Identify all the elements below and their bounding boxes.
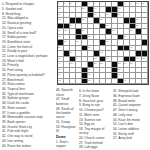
- cell-number: 59: [58, 73, 60, 75]
- cell-number: 18: [106, 13, 108, 15]
- cell-number: 7: [100, 2, 101, 4]
- cell-number: 46: [106, 57, 108, 59]
- clue-column-across: 1. Respond to charges5. Garden tool8. Hi…: [2, 2, 55, 149]
- cell-number: 21: [82, 18, 84, 20]
- cell-number: 53: [118, 62, 120, 64]
- cell-number: 40: [130, 46, 132, 48]
- cell-number: 48: [142, 57, 144, 59]
- cell-number: 33: [88, 35, 90, 37]
- cell-number: 26: [136, 24, 138, 26]
- cell-number: 51: [94, 62, 96, 64]
- cell-number: 60: [88, 73, 90, 75]
- cell-number: 32: [58, 35, 60, 37]
- cell-number: 47: [136, 57, 138, 59]
- grid-cell[interactable]: [142, 79, 148, 84]
- cell-number: 63: [88, 79, 90, 81]
- clue-item: 28. Lab eggs: [79, 145, 111, 149]
- cell-number: 64: [124, 79, 126, 81]
- cell-number: 42: [100, 51, 102, 53]
- clue-item: 53. Hourglass fill: [56, 125, 78, 134]
- cell-number: 16: [58, 13, 60, 15]
- crossword-grid: 1234567891011121314151617181920212223242…: [57, 1, 149, 85]
- cell-number: 39: [88, 46, 90, 48]
- cell-number: 49: [58, 62, 60, 64]
- cell-number: 58: [118, 68, 120, 70]
- cell-number: 52: [100, 62, 102, 64]
- cell-number: 1: [58, 2, 59, 4]
- cell-number: 3: [70, 2, 71, 4]
- cell-number: 17: [94, 13, 96, 15]
- cell-number: 34: [124, 35, 126, 37]
- cell-number: 4: [76, 2, 77, 4]
- cell-number: 5: [88, 2, 89, 4]
- clue-item: 46. Spanish cheer: [56, 88, 78, 97]
- clue-item: 57. Army bed: [113, 136, 149, 140]
- cell-number: 50: [70, 62, 72, 64]
- cell-number: 27: [58, 29, 60, 31]
- cell-number: 15: [118, 7, 120, 9]
- cell-number: 25: [106, 24, 108, 26]
- cell-number: 13: [82, 7, 84, 9]
- cell-number: 38: [58, 46, 60, 48]
- cell-number: 31: [130, 29, 132, 31]
- cell-number: 62: [58, 79, 60, 81]
- cell-number: 55: [130, 62, 132, 64]
- cell-number: 14: [94, 7, 96, 9]
- cell-number: 61: [118, 73, 120, 75]
- clue-column-bottom-1: 46. Spanish cheer47. Small batteries49. …: [56, 88, 78, 149]
- cell-number: 57: [88, 68, 90, 70]
- clue-item: 18. Tiny margin of victory: [79, 127, 111, 136]
- clue-column-bottom-3: 31. Sheepish look36. Espresso foam38. Br…: [113, 89, 149, 149]
- cell-number: 10: [136, 2, 138, 4]
- cell-number: 36: [76, 40, 78, 42]
- cell-number: 2: [64, 2, 65, 4]
- cell-number: 54: [124, 62, 126, 64]
- cell-number: 8: [124, 2, 125, 4]
- cell-number: 44: [76, 57, 78, 59]
- clue-item: 44. Raise the stakes: [2, 143, 55, 147]
- cell-number: 28: [64, 29, 66, 31]
- cell-number: 12: [58, 7, 60, 9]
- clue-column-bottom-2: 6. In the know7. Zesty flavor8. Gauchos'…: [79, 89, 111, 149]
- cell-number: 37: [106, 40, 108, 42]
- clue-item: 49. South-of-the-border sauce: [56, 106, 78, 119]
- cell-number: 6: [94, 2, 95, 4]
- cell-number: 41: [70, 51, 72, 53]
- cell-number: 30: [112, 29, 114, 31]
- cell-number: 20: [58, 18, 60, 20]
- clue-item: 1. Sow's supper: [56, 140, 78, 149]
- cell-number: 24: [70, 24, 72, 26]
- cell-number: 19: [118, 13, 120, 15]
- cell-number: 23: [136, 18, 138, 20]
- cell-number: 9: [130, 2, 131, 4]
- clue-item: 47. Small batteries: [56, 97, 78, 106]
- down-section-header: Down: [56, 134, 78, 139]
- cell-number: 29: [82, 29, 84, 31]
- cell-number: 43: [58, 57, 60, 59]
- cell-number: 56: [58, 68, 60, 70]
- cell-number: 35: [64, 40, 66, 42]
- cell-number: 22: [100, 18, 102, 20]
- cell-number: 45: [94, 57, 96, 59]
- cell-number: 11: [142, 2, 144, 4]
